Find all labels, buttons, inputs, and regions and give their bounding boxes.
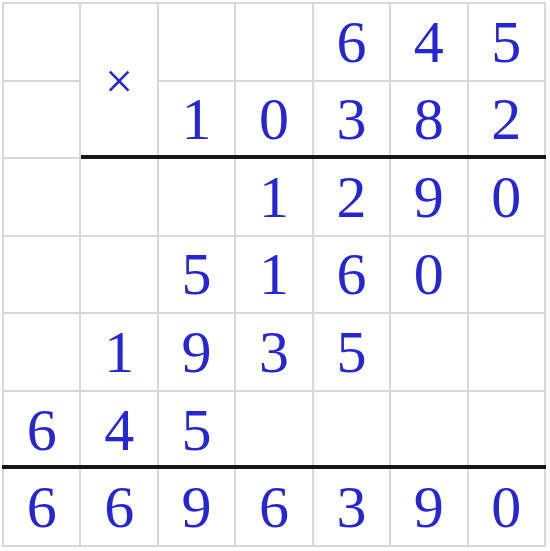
digit-cell: 2 [469,82,546,160]
digit-cell: 5 [469,4,546,82]
multiplier-underline-rule [81,155,546,159]
product-sum-rule [2,465,546,469]
digit-cell: 1 [236,159,313,237]
digit-cell: 5 [159,237,236,315]
digit-cell: 6 [4,469,81,547]
digit-cell: 8 [391,82,468,160]
empty-cell [81,237,158,315]
empty-cell [159,4,236,82]
digit-cell: 0 [469,469,546,547]
digit-cell: 1 [81,314,158,392]
empty-cell [4,82,81,160]
empty-cell [469,237,546,315]
empty-cell [469,392,546,470]
digit-cell: 4 [391,4,468,82]
digit-cell: 3 [236,314,313,392]
empty-cell [81,159,158,237]
digit-cell: 5 [159,392,236,470]
operator-cell: × [81,4,158,159]
digit-cell: 0 [236,82,313,160]
digit-cell: 9 [391,469,468,547]
empty-cell [159,159,236,237]
digit-cell: 5 [314,314,391,392]
digit-cell: 4 [81,392,158,470]
digit-cell: 6 [4,392,81,470]
empty-cell [236,392,313,470]
empty-cell [4,4,81,82]
empty-cell [391,314,468,392]
digit-cell: 6 [314,4,391,82]
digit-cell: 1 [236,237,313,315]
digit-cell: 0 [391,237,468,315]
empty-cell [4,314,81,392]
digit-cell: 9 [159,314,236,392]
empty-cell [4,237,81,315]
empty-cell [4,159,81,237]
digit-cell: 9 [391,159,468,237]
empty-cell [314,392,391,470]
multiplication-worksheet: ×645103821290516019356456696390 [0,0,550,551]
multiplication-grid: ×645103821290516019356456696390 [2,2,546,547]
empty-cell [236,4,313,82]
digit-cell: 9 [159,469,236,547]
empty-cell [469,314,546,392]
empty-cell [391,392,468,470]
digit-cell: 6 [81,469,158,547]
digit-cell: 1 [159,82,236,160]
digit-cell: 6 [314,237,391,315]
digit-cell: 3 [314,82,391,160]
digit-cell: 6 [236,469,313,547]
digit-cell: 0 [469,159,546,237]
digit-cell: 2 [314,159,391,237]
digit-cell: 3 [314,469,391,547]
